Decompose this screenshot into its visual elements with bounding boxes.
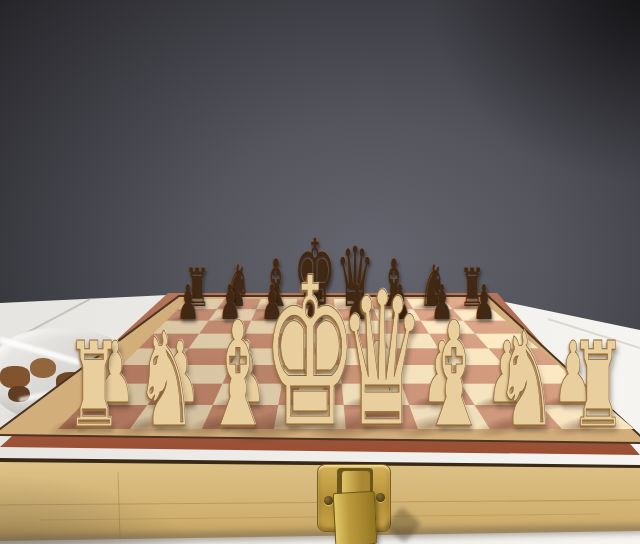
white-rook[interactable]: ♜ (66, 326, 121, 444)
white-knight[interactable]: ♞ (136, 315, 197, 445)
pieces-layer: ♜♞♝♚♛♝♞♜♟♟♟♟♟♟♟♟♟♟♟♟♟♟♟♟♜♞♝♚♛♝♞♜ (0, 0, 640, 544)
white-queen[interactable]: ♛ (339, 268, 425, 453)
white-rook[interactable]: ♜ (570, 326, 625, 444)
white-knight[interactable]: ♞ (496, 315, 557, 445)
white-bishop[interactable]: ♝ (420, 302, 488, 447)
chess-set-photo: ♜♞♝♚♛♝♞♜♟♟♟♟♟♟♟♟♟♟♟♟♟♟♟♟♜♞♝♚♛♝♞♜ (0, 0, 640, 544)
